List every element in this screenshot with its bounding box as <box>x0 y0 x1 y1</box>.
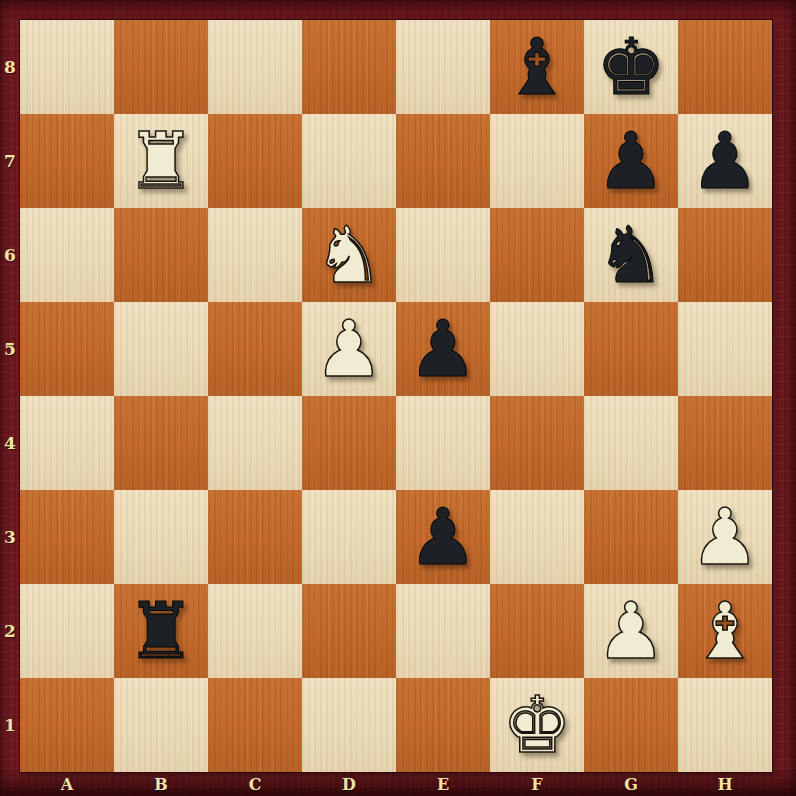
square-g5[interactable] <box>584 302 678 396</box>
square-g1[interactable] <box>584 678 678 772</box>
black-pawn[interactable]: ♟ <box>690 114 760 208</box>
square-a1[interactable] <box>20 678 114 772</box>
square-h1[interactable] <box>678 678 772 772</box>
rank-label-5: 5 <box>0 302 20 396</box>
rank-labels: 87654321 <box>0 20 20 772</box>
file-label-a: A <box>20 772 114 796</box>
square-b8[interactable] <box>114 20 208 114</box>
white-rook[interactable]: ♜ <box>126 114 196 208</box>
square-e8[interactable] <box>396 20 490 114</box>
square-a4[interactable] <box>20 396 114 490</box>
square-d2[interactable] <box>302 584 396 678</box>
square-e3[interactable]: ♟ <box>396 490 490 584</box>
white-knight[interactable]: ♞ <box>314 208 384 302</box>
square-d4[interactable] <box>302 396 396 490</box>
board-frame: 87654321 ♝♚♜♟♟♞♞♟♟♟♟♜♟♝♚ ABCDEFGH <box>0 0 796 796</box>
square-b2[interactable]: ♜ <box>114 584 208 678</box>
square-g7[interactable]: ♟ <box>584 114 678 208</box>
square-c3[interactable] <box>208 490 302 584</box>
square-a7[interactable] <box>20 114 114 208</box>
square-h6[interactable] <box>678 208 772 302</box>
square-h8[interactable] <box>678 20 772 114</box>
square-h4[interactable] <box>678 396 772 490</box>
square-d6[interactable]: ♞ <box>302 208 396 302</box>
square-b1[interactable] <box>114 678 208 772</box>
square-c6[interactable] <box>208 208 302 302</box>
square-e5[interactable]: ♟ <box>396 302 490 396</box>
square-g8[interactable]: ♚ <box>584 20 678 114</box>
black-pawn[interactable]: ♟ <box>408 302 478 396</box>
square-h2[interactable]: ♝ <box>678 584 772 678</box>
black-knight[interactable]: ♞ <box>596 208 666 302</box>
square-a3[interactable] <box>20 490 114 584</box>
square-f8[interactable]: ♝ <box>490 20 584 114</box>
square-a2[interactable] <box>20 584 114 678</box>
square-b7[interactable]: ♜ <box>114 114 208 208</box>
file-label-b: B <box>114 772 208 796</box>
square-e4[interactable] <box>396 396 490 490</box>
white-bishop[interactable]: ♝ <box>690 584 760 678</box>
square-h7[interactable]: ♟ <box>678 114 772 208</box>
rank-label-3: 3 <box>0 490 20 584</box>
black-king[interactable]: ♚ <box>596 20 666 114</box>
file-label-d: D <box>302 772 396 796</box>
square-c8[interactable] <box>208 20 302 114</box>
square-d8[interactable] <box>302 20 396 114</box>
square-h3[interactable]: ♟ <box>678 490 772 584</box>
square-b5[interactable] <box>114 302 208 396</box>
file-label-f: F <box>490 772 584 796</box>
square-e6[interactable] <box>396 208 490 302</box>
rank-label-1: 1 <box>0 678 20 772</box>
black-bishop[interactable]: ♝ <box>502 20 572 114</box>
square-b3[interactable] <box>114 490 208 584</box>
file-label-c: C <box>208 772 302 796</box>
white-pawn[interactable]: ♟ <box>314 302 384 396</box>
square-c7[interactable] <box>208 114 302 208</box>
chess-board: ♝♚♜♟♟♞♞♟♟♟♟♜♟♝♚ <box>20 20 772 772</box>
square-g4[interactable] <box>584 396 678 490</box>
square-f4[interactable] <box>490 396 584 490</box>
square-a5[interactable] <box>20 302 114 396</box>
square-a6[interactable] <box>20 208 114 302</box>
rank-label-7: 7 <box>0 114 20 208</box>
square-b4[interactable] <box>114 396 208 490</box>
square-g2[interactable]: ♟ <box>584 584 678 678</box>
square-f7[interactable] <box>490 114 584 208</box>
square-f2[interactable] <box>490 584 584 678</box>
white-pawn[interactable]: ♟ <box>596 584 666 678</box>
white-pawn[interactable]: ♟ <box>690 490 760 584</box>
square-d3[interactable] <box>302 490 396 584</box>
square-f5[interactable] <box>490 302 584 396</box>
file-label-h: H <box>678 772 772 796</box>
square-f3[interactable] <box>490 490 584 584</box>
square-e1[interactable] <box>396 678 490 772</box>
square-g6[interactable]: ♞ <box>584 208 678 302</box>
rank-label-4: 4 <box>0 396 20 490</box>
rank-label-8: 8 <box>0 20 20 114</box>
rank-label-2: 2 <box>0 584 20 678</box>
square-c2[interactable] <box>208 584 302 678</box>
square-a8[interactable] <box>20 20 114 114</box>
square-c5[interactable] <box>208 302 302 396</box>
file-label-e: E <box>396 772 490 796</box>
square-b6[interactable] <box>114 208 208 302</box>
square-c4[interactable] <box>208 396 302 490</box>
black-pawn[interactable]: ♟ <box>596 114 666 208</box>
black-pawn[interactable]: ♟ <box>408 490 478 584</box>
file-labels: ABCDEFGH <box>20 772 772 796</box>
rank-label-6: 6 <box>0 208 20 302</box>
file-label-g: G <box>584 772 678 796</box>
square-d1[interactable] <box>302 678 396 772</box>
square-d5[interactable]: ♟ <box>302 302 396 396</box>
square-e7[interactable] <box>396 114 490 208</box>
square-f6[interactable] <box>490 208 584 302</box>
white-king[interactable]: ♚ <box>502 678 572 772</box>
square-g3[interactable] <box>584 490 678 584</box>
square-e2[interactable] <box>396 584 490 678</box>
square-h5[interactable] <box>678 302 772 396</box>
square-f1[interactable]: ♚ <box>490 678 584 772</box>
black-rook[interactable]: ♜ <box>126 584 196 678</box>
square-d7[interactable] <box>302 114 396 208</box>
square-c1[interactable] <box>208 678 302 772</box>
